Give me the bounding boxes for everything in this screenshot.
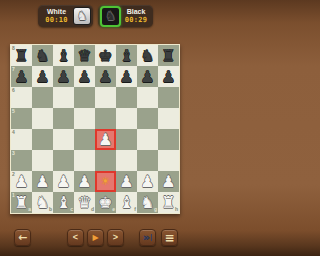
piece-white-bishop[interactable]: ♝ [116, 192, 137, 213]
square-a4[interactable]: 4 [11, 129, 32, 150]
skip-to-end-bar [151, 234, 153, 241]
chess-board: 8♜♞♝♛♚♝♞♜7♟♟♟♟♟♟♟♟654♟32♟♟♟♟☀♟♟♟1a♜b♞c♝d… [10, 44, 180, 214]
piece-black-bishop[interactable]: ♝ [53, 45, 74, 66]
piece-white-king[interactable]: ♚ [95, 192, 116, 213]
square-d7[interactable]: ♟ [74, 66, 95, 87]
black-player-name: Black [127, 8, 146, 15]
piece-black-pawn[interactable]: ♟ [53, 66, 74, 87]
previous-move-button[interactable]: < [67, 229, 84, 246]
rank-label-4: 4 [12, 130, 15, 135]
square-f4[interactable] [116, 129, 137, 150]
square-e6[interactable] [95, 87, 116, 108]
square-c1[interactable]: c♝ [53, 192, 74, 213]
piece-white-pawn[interactable]: ♟ [11, 171, 32, 192]
square-e8[interactable]: ♚ [95, 45, 116, 66]
square-e7[interactable]: ♟ [95, 66, 116, 87]
square-d2[interactable]: ♟ [74, 171, 95, 192]
square-g6[interactable] [137, 87, 158, 108]
black-knight-icon: ♞ [100, 6, 121, 27]
piece-black-knight[interactable]: ♞ [32, 45, 53, 66]
piece-black-pawn[interactable]: ♟ [137, 66, 158, 87]
square-a3[interactable]: 3 [11, 150, 32, 171]
square-e5[interactable] [95, 108, 116, 129]
square-e4[interactable]: ♟ [95, 129, 116, 150]
square-f1[interactable]: f♝ [116, 192, 137, 213]
next-move-button[interactable]: > [107, 229, 124, 246]
board-grid: 8♜♞♝♛♚♝♞♜7♟♟♟♟♟♟♟♟654♟32♟♟♟♟☀♟♟♟1a♜b♞c♝d… [11, 45, 179, 213]
square-c3[interactable] [53, 150, 74, 171]
back-arrow-icon: ← [18, 232, 27, 243]
piece-white-pawn[interactable]: ♟ [95, 129, 116, 150]
square-h1[interactable]: h♜ [158, 192, 179, 213]
square-c8[interactable]: ♝ [53, 45, 74, 66]
piece-white-pawn[interactable]: ♟ [137, 171, 158, 192]
back-button[interactable]: ← [14, 229, 31, 246]
square-g8[interactable]: ♞ [137, 45, 158, 66]
piece-white-pawn[interactable]: ♟ [74, 171, 95, 192]
square-c2[interactable]: ♟ [53, 171, 74, 192]
square-h6[interactable] [158, 87, 179, 108]
piece-black-king[interactable]: ♚ [95, 45, 116, 66]
rank-label-6: 6 [12, 88, 15, 93]
square-c6[interactable] [53, 87, 74, 108]
square-h3[interactable] [158, 150, 179, 171]
square-f3[interactable] [116, 150, 137, 171]
square-a8[interactable]: 8♜ [11, 45, 32, 66]
rank-label-3: 3 [12, 151, 15, 156]
white-player-info: White 00:10 [40, 8, 73, 24]
square-b8[interactable]: ♞ [32, 45, 53, 66]
square-d6[interactable] [74, 87, 95, 108]
square-a5[interactable]: 5 [11, 108, 32, 129]
square-e3[interactable] [95, 150, 116, 171]
square-f2[interactable]: ♟ [116, 171, 137, 192]
piece-black-pawn[interactable]: ♟ [158, 66, 179, 87]
square-a1[interactable]: 1a♜ [11, 192, 32, 213]
square-h5[interactable] [158, 108, 179, 129]
play-button[interactable]: ▶ [87, 229, 104, 246]
piece-white-pawn[interactable]: ♟ [116, 171, 137, 192]
square-g5[interactable] [137, 108, 158, 129]
piece-black-pawn[interactable]: ♟ [32, 66, 53, 87]
square-a2[interactable]: 2♟ [11, 171, 32, 192]
square-c4[interactable] [53, 129, 74, 150]
menu-icon: ≡ [164, 232, 174, 244]
piece-white-bishop[interactable]: ♝ [53, 192, 74, 213]
square-b6[interactable] [32, 87, 53, 108]
square-d4[interactable] [74, 129, 95, 150]
piece-white-pawn[interactable]: ♟ [53, 171, 74, 192]
white-player-panel: White 00:10 ♞ [38, 5, 93, 27]
square-d1[interactable]: d♛ [74, 192, 95, 213]
piece-black-pawn[interactable]: ♟ [95, 66, 116, 87]
piece-black-rook[interactable]: ♜ [11, 45, 32, 66]
square-d3[interactable] [74, 150, 95, 171]
square-f8[interactable]: ♝ [116, 45, 137, 66]
piece-white-queen[interactable]: ♛ [74, 192, 95, 213]
black-player-info: Black 00:29 [121, 8, 151, 24]
black-player-panel: ♞ Black 00:29 [98, 5, 153, 27]
square-d5[interactable] [74, 108, 95, 129]
piece-black-rook[interactable]: ♜ [158, 45, 179, 66]
square-f6[interactable] [116, 87, 137, 108]
square-g1[interactable]: g♞ [137, 192, 158, 213]
piece-black-pawn[interactable]: ♟ [116, 66, 137, 87]
piece-white-pawn[interactable]: ♟ [158, 171, 179, 192]
white-player-name: White [47, 8, 66, 15]
menu-button[interactable]: ≡ [161, 229, 178, 246]
square-g4[interactable] [137, 129, 158, 150]
square-d8[interactable]: ♛ [74, 45, 95, 66]
square-h8[interactable]: ♜ [158, 45, 179, 66]
square-e2[interactable]: ☀ [95, 171, 116, 192]
piece-black-pawn[interactable]: ♟ [11, 66, 32, 87]
piece-white-rook[interactable]: ♜ [11, 192, 32, 213]
square-f5[interactable] [116, 108, 137, 129]
square-h7[interactable]: ♟ [158, 66, 179, 87]
piece-white-rook[interactable]: ♜ [158, 192, 179, 213]
square-b1[interactable]: b♞ [32, 192, 53, 213]
square-b3[interactable] [32, 150, 53, 171]
square-g2[interactable]: ♟ [137, 171, 158, 192]
next-move-icon: > [113, 233, 118, 242]
play-icon: ▶ [92, 234, 98, 242]
previous-move-icon: < [73, 233, 78, 242]
white-knight-icon: ♞ [73, 7, 91, 25]
piece-white-knight[interactable]: ♞ [137, 192, 158, 213]
square-b5[interactable] [32, 108, 53, 129]
square-h4[interactable] [158, 129, 179, 150]
square-a6[interactable]: 6 [11, 87, 32, 108]
square-f7[interactable]: ♟ [116, 66, 137, 87]
black-player-clock: 00:29 [125, 17, 148, 24]
piece-white-knight[interactable]: ♞ [32, 192, 53, 213]
square-c5[interactable] [53, 108, 74, 129]
square-g7[interactable]: ♟ [137, 66, 158, 87]
piece-black-knight[interactable]: ♞ [137, 45, 158, 66]
piece-white-pawn[interactable]: ♟ [32, 171, 53, 192]
skip-to-end-button[interactable]: » [139, 229, 156, 246]
square-b4[interactable] [32, 129, 53, 150]
white-player-clock: 00:10 [45, 17, 68, 24]
square-b2[interactable]: ♟ [32, 171, 53, 192]
square-b7[interactable]: ♟ [32, 66, 53, 87]
square-a7[interactable]: 7♟ [11, 66, 32, 87]
piece-black-bishop[interactable]: ♝ [116, 45, 137, 66]
square-c7[interactable]: ♟ [53, 66, 74, 87]
piece-black-pawn[interactable]: ♟ [74, 66, 95, 87]
piece-black-queen[interactable]: ♛ [74, 45, 95, 66]
rank-label-5: 5 [12, 109, 15, 114]
square-e1[interactable]: e♚ [95, 192, 116, 213]
move-origin-sun-icon: ☀ [95, 171, 116, 192]
skip-to-end-icon: » [143, 232, 150, 243]
square-g3[interactable] [137, 150, 158, 171]
square-h2[interactable]: ♟ [158, 171, 179, 192]
